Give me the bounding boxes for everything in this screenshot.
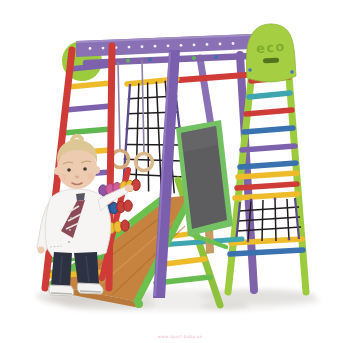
watermark-text: www.sport-baby.ua (158, 334, 203, 339)
eco-arch-label: eco (255, 39, 286, 57)
gym-rings (112, 60, 153, 171)
product-photo-stage: eco (0, 0, 343, 343)
wooden-ring (136, 154, 153, 171)
top-beam (76, 34, 252, 63)
arch-handle-slot (263, 58, 279, 64)
top-red-bar (180, 74, 258, 80)
playset-scene: eco (0, 0, 343, 343)
eco-arch-panel: eco (246, 24, 296, 82)
